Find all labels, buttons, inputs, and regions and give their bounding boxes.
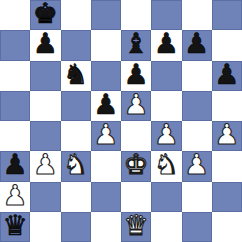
square-f3[interactable]: ♞ xyxy=(151,151,181,181)
square-d3[interactable] xyxy=(91,151,121,181)
square-f8[interactable] xyxy=(151,0,181,30)
square-f2[interactable] xyxy=(151,182,181,212)
square-c2[interactable] xyxy=(61,182,91,212)
square-a6[interactable] xyxy=(0,61,30,91)
square-b7[interactable]: ♟ xyxy=(30,30,60,60)
square-g5[interactable] xyxy=(182,91,212,121)
square-b3[interactable]: ♟ xyxy=(30,151,60,181)
square-d1[interactable] xyxy=(91,212,121,242)
square-g8[interactable] xyxy=(182,0,212,30)
square-h4[interactable]: ♟ xyxy=(212,121,242,151)
square-h8[interactable] xyxy=(212,0,242,30)
square-c7[interactable] xyxy=(61,30,91,60)
square-e5[interactable]: ♟ xyxy=(121,91,151,121)
white-queen[interactable]: ♛ xyxy=(124,211,149,241)
square-c1[interactable] xyxy=(61,212,91,242)
square-e2[interactable] xyxy=(121,182,151,212)
square-b4[interactable] xyxy=(30,121,60,151)
square-b6[interactable] xyxy=(30,61,60,91)
white-pawn[interactable]: ♟ xyxy=(184,150,209,180)
square-a5[interactable] xyxy=(0,91,30,121)
white-pawn[interactable]: ♟ xyxy=(93,120,118,150)
black-king[interactable]: ♚ xyxy=(33,0,58,29)
black-pawn[interactable]: ♟ xyxy=(184,29,209,59)
square-e1[interactable]: ♛ xyxy=(121,212,151,242)
square-c3[interactable]: ♞ xyxy=(61,151,91,181)
chess-board-container: ♚♟♝♟♟♞♟♟♟♟♟♟♟♟♟♞♚♞♟♟♛♛ xyxy=(0,0,242,242)
black-pawn[interactable]: ♟ xyxy=(33,29,58,59)
square-h7[interactable] xyxy=(212,30,242,60)
square-e3[interactable]: ♚ xyxy=(121,151,151,181)
white-knight[interactable]: ♞ xyxy=(154,150,179,180)
square-g1[interactable] xyxy=(182,212,212,242)
square-e8[interactable] xyxy=(121,0,151,30)
square-d8[interactable] xyxy=(91,0,121,30)
square-h5[interactable] xyxy=(212,91,242,121)
square-h1[interactable] xyxy=(212,212,242,242)
square-c6[interactable]: ♞ xyxy=(61,61,91,91)
white-pawn[interactable]: ♟ xyxy=(124,90,149,120)
black-pawn[interactable]: ♟ xyxy=(154,29,179,59)
white-knight[interactable]: ♞ xyxy=(63,150,88,180)
square-h2[interactable] xyxy=(212,182,242,212)
square-f6[interactable] xyxy=(151,61,181,91)
square-d5[interactable]: ♟ xyxy=(91,91,121,121)
square-b2[interactable] xyxy=(30,182,60,212)
square-g4[interactable] xyxy=(182,121,212,151)
square-b5[interactable] xyxy=(30,91,60,121)
square-d2[interactable] xyxy=(91,182,121,212)
square-a7[interactable] xyxy=(0,30,30,60)
square-a4[interactable] xyxy=(0,121,30,151)
black-pawn[interactable]: ♟ xyxy=(3,150,28,180)
square-c8[interactable] xyxy=(61,0,91,30)
square-d6[interactable] xyxy=(91,61,121,91)
square-g6[interactable] xyxy=(182,61,212,91)
square-f7[interactable]: ♟ xyxy=(151,30,181,60)
white-pawn[interactable]: ♟ xyxy=(214,120,239,150)
square-f1[interactable] xyxy=(151,212,181,242)
square-g7[interactable]: ♟ xyxy=(182,30,212,60)
chess-board: ♚♟♝♟♟♞♟♟♟♟♟♟♟♟♟♞♚♞♟♟♛♛ xyxy=(0,0,242,242)
square-b8[interactable]: ♚ xyxy=(30,0,60,30)
square-b1[interactable] xyxy=(30,212,60,242)
square-a2[interactable]: ♟ xyxy=(0,182,30,212)
square-g3[interactable]: ♟ xyxy=(182,151,212,181)
square-c4[interactable] xyxy=(61,121,91,151)
square-f4[interactable]: ♟ xyxy=(151,121,181,151)
square-h3[interactable] xyxy=(212,151,242,181)
square-f5[interactable] xyxy=(151,91,181,121)
black-knight[interactable]: ♞ xyxy=(63,60,88,90)
square-e6[interactable]: ♟ xyxy=(121,61,151,91)
square-e7[interactable]: ♝ xyxy=(121,30,151,60)
white-pawn[interactable]: ♟ xyxy=(154,120,179,150)
square-h6[interactable]: ♟ xyxy=(212,61,242,91)
square-a8[interactable] xyxy=(0,0,30,30)
black-pawn[interactable]: ♟ xyxy=(124,60,149,90)
square-d7[interactable] xyxy=(91,30,121,60)
white-pawn[interactable]: ♟ xyxy=(3,181,28,211)
square-g2[interactable] xyxy=(182,182,212,212)
square-d4[interactable]: ♟ xyxy=(91,121,121,151)
square-c5[interactable] xyxy=(61,91,91,121)
white-pawn[interactable]: ♟ xyxy=(33,150,58,180)
black-pawn[interactable]: ♟ xyxy=(214,60,239,90)
square-a3[interactable]: ♟ xyxy=(0,151,30,181)
black-queen[interactable]: ♛ xyxy=(3,211,28,241)
square-e4[interactable] xyxy=(121,121,151,151)
white-king[interactable]: ♚ xyxy=(124,150,149,180)
square-a1[interactable]: ♛ xyxy=(0,212,30,242)
black-pawn[interactable]: ♟ xyxy=(93,90,118,120)
black-bishop[interactable]: ♝ xyxy=(124,29,149,59)
